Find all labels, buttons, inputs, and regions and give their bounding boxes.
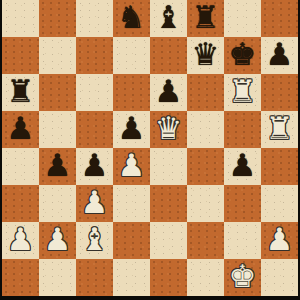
piece-white-pawn[interactable]: ♟ — [266, 221, 294, 258]
square-g6[interactable]: ♜ — [224, 74, 261, 111]
square-b6[interactable] — [39, 74, 76, 111]
square-e7[interactable] — [150, 37, 187, 74]
piece-white-rook[interactable]: ♜ — [266, 110, 294, 147]
piece-white-king[interactable]: ♚ — [229, 258, 257, 295]
square-d7[interactable] — [113, 37, 150, 74]
piece-white-bishop[interactable]: ♝ — [81, 221, 109, 258]
piece-white-pawn[interactable]: ♟ — [81, 184, 109, 221]
square-h8[interactable] — [261, 0, 298, 37]
square-d5[interactable]: ♟ — [113, 111, 150, 148]
square-b5[interactable] — [39, 111, 76, 148]
square-h2[interactable]: ♟ — [261, 222, 298, 259]
square-c7[interactable] — [76, 37, 113, 74]
square-b4[interactable]: ♟ — [39, 148, 76, 185]
piece-black-rook[interactable]: ♜ — [192, 0, 220, 36]
piece-white-pawn[interactable]: ♟ — [44, 221, 72, 258]
piece-white-pawn[interactable]: ♟ — [118, 147, 146, 184]
square-a5[interactable]: ♟ — [2, 111, 39, 148]
square-e6[interactable]: ♟ — [150, 74, 187, 111]
square-a1[interactable] — [2, 259, 39, 296]
square-b3[interactable] — [39, 185, 76, 222]
piece-black-pawn[interactable]: ♟ — [155, 73, 183, 110]
square-b7[interactable] — [39, 37, 76, 74]
square-e2[interactable] — [150, 222, 187, 259]
piece-white-rook[interactable]: ♜ — [229, 73, 257, 110]
square-h5[interactable]: ♜ — [261, 111, 298, 148]
square-c1[interactable] — [76, 259, 113, 296]
square-e5[interactable]: ♛ — [150, 111, 187, 148]
piece-black-rook[interactable]: ♜ — [7, 73, 35, 110]
square-c2[interactable]: ♝ — [76, 222, 113, 259]
piece-black-pawn[interactable]: ♟ — [81, 147, 109, 184]
square-g3[interactable] — [224, 185, 261, 222]
square-d1[interactable] — [113, 259, 150, 296]
square-f3[interactable] — [187, 185, 224, 222]
square-a7[interactable] — [2, 37, 39, 74]
piece-black-pawn[interactable]: ♟ — [118, 110, 146, 147]
square-f5[interactable] — [187, 111, 224, 148]
piece-white-pawn[interactable]: ♟ — [7, 221, 35, 258]
square-c4[interactable]: ♟ — [76, 148, 113, 185]
square-e8[interactable]: ♝ — [150, 0, 187, 37]
square-d6[interactable] — [113, 74, 150, 111]
square-d3[interactable] — [113, 185, 150, 222]
square-a4[interactable] — [2, 148, 39, 185]
square-d2[interactable] — [113, 222, 150, 259]
square-h4[interactable] — [261, 148, 298, 185]
piece-black-pawn[interactable]: ♟ — [266, 36, 294, 73]
square-a3[interactable] — [2, 185, 39, 222]
chess-board: ♞♝♜♛♚♟♜♟♜♟♟♛♜♟♟♟♟♟♟♟♝♟♚ — [2, 0, 298, 296]
square-a6[interactable]: ♜ — [2, 74, 39, 111]
square-f6[interactable] — [187, 74, 224, 111]
square-h7[interactable]: ♟ — [261, 37, 298, 74]
square-g2[interactable] — [224, 222, 261, 259]
square-f7[interactable]: ♛ — [187, 37, 224, 74]
square-f2[interactable] — [187, 222, 224, 259]
piece-black-queen[interactable]: ♛ — [192, 36, 220, 73]
square-g4[interactable]: ♟ — [224, 148, 261, 185]
square-c8[interactable] — [76, 0, 113, 37]
square-b1[interactable] — [39, 259, 76, 296]
piece-black-pawn[interactable]: ♟ — [229, 147, 257, 184]
piece-black-king[interactable]: ♚ — [229, 36, 257, 73]
square-c3[interactable]: ♟ — [76, 185, 113, 222]
piece-white-queen[interactable]: ♛ — [155, 110, 183, 147]
square-e1[interactable] — [150, 259, 187, 296]
square-f4[interactable] — [187, 148, 224, 185]
square-g1[interactable]: ♚ — [224, 259, 261, 296]
square-f1[interactable] — [187, 259, 224, 296]
square-e3[interactable] — [150, 185, 187, 222]
piece-black-pawn[interactable]: ♟ — [44, 147, 72, 184]
square-h6[interactable] — [261, 74, 298, 111]
square-a8[interactable] — [2, 0, 39, 37]
square-c5[interactable] — [76, 111, 113, 148]
square-a2[interactable]: ♟ — [2, 222, 39, 259]
square-g5[interactable] — [224, 111, 261, 148]
square-g8[interactable] — [224, 0, 261, 37]
piece-black-pawn[interactable]: ♟ — [7, 110, 35, 147]
square-g7[interactable]: ♚ — [224, 37, 261, 74]
square-f8[interactable]: ♜ — [187, 0, 224, 37]
square-c6[interactable] — [76, 74, 113, 111]
square-d4[interactable]: ♟ — [113, 148, 150, 185]
square-h3[interactable] — [261, 185, 298, 222]
square-b2[interactable]: ♟ — [39, 222, 76, 259]
square-d8[interactable]: ♞ — [113, 0, 150, 37]
board-frame: ♞♝♜♛♚♟♜♟♜♟♟♛♜♟♟♟♟♟♟♟♝♟♚ — [0, 0, 300, 300]
square-h1[interactable] — [261, 259, 298, 296]
square-b8[interactable] — [39, 0, 76, 37]
square-e4[interactable] — [150, 148, 187, 185]
piece-black-knight[interactable]: ♞ — [118, 0, 146, 36]
piece-black-bishop[interactable]: ♝ — [155, 0, 183, 36]
